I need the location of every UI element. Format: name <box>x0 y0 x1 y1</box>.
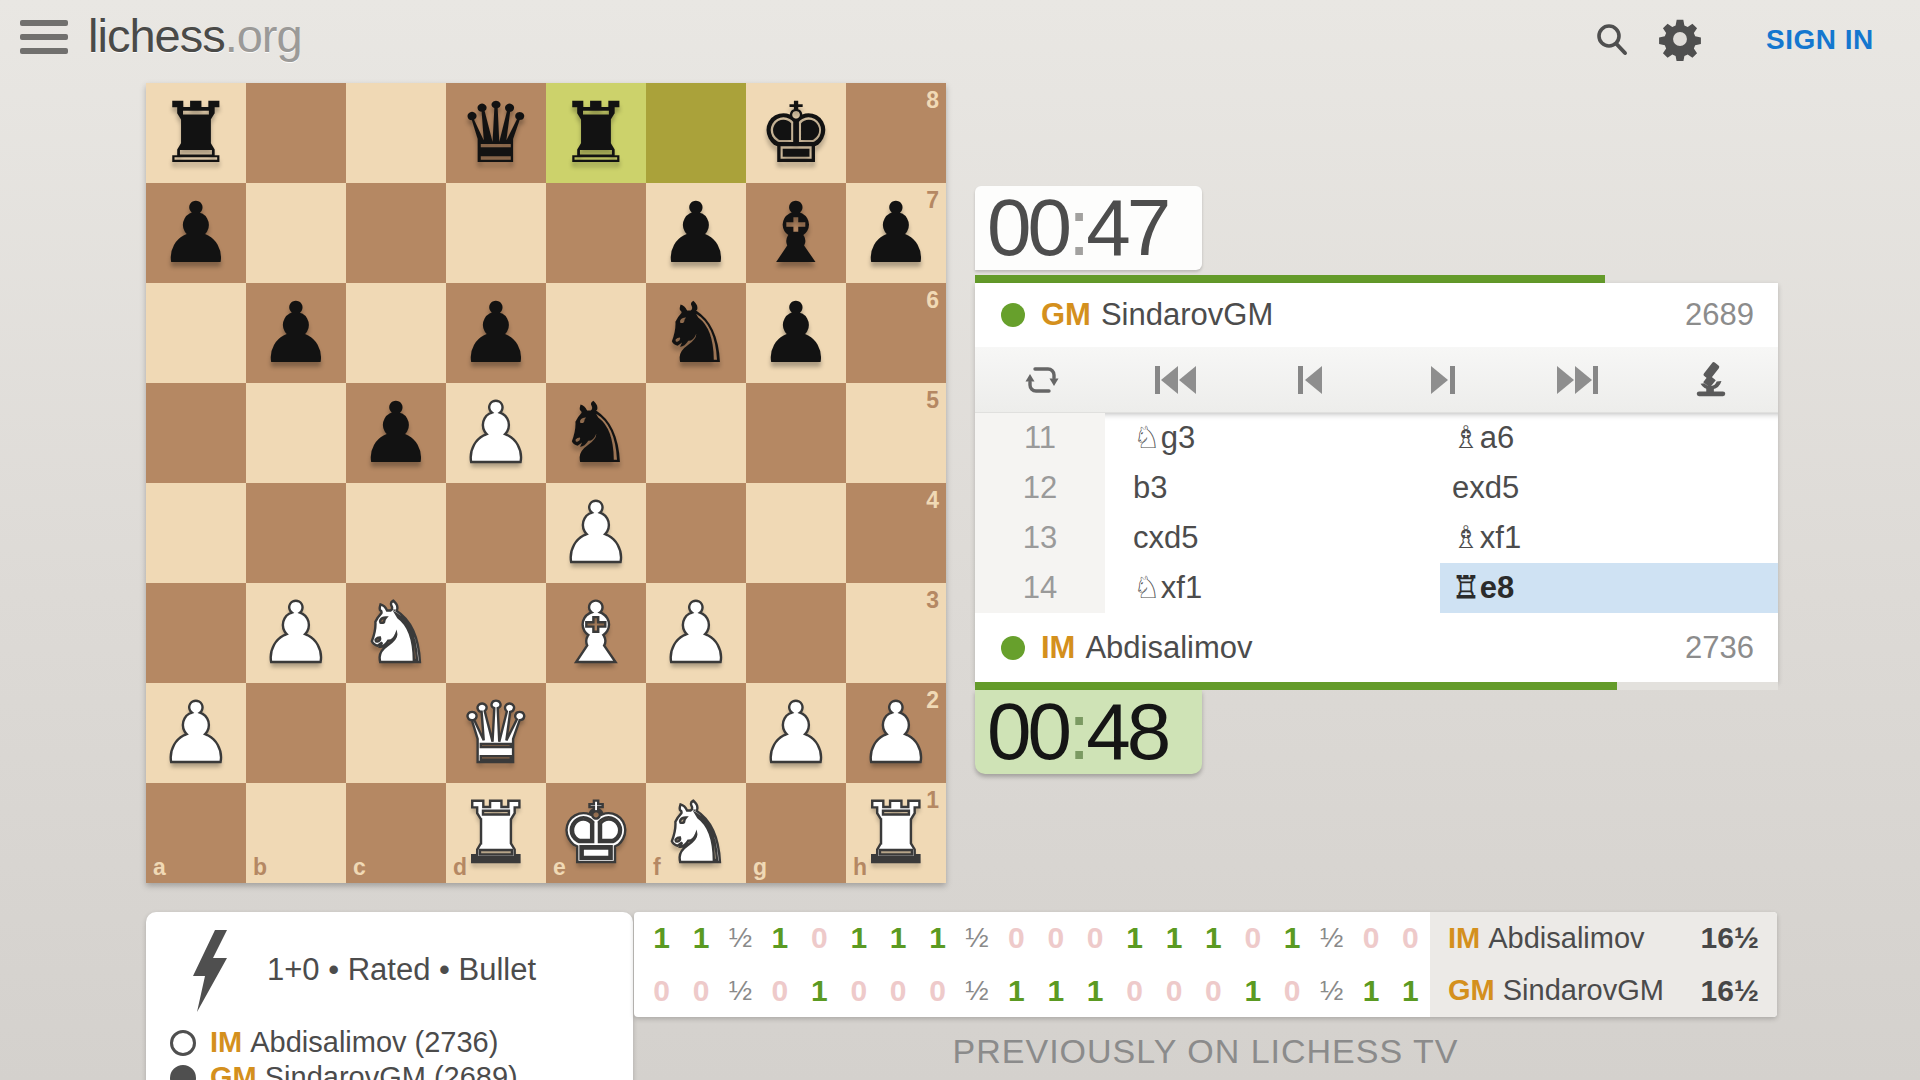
top-player-row[interactable]: GM SindarovGM 2689 <box>975 283 1778 347</box>
top-player-clock: 00:47 <box>975 186 1202 270</box>
game-info-card: 1+0 • Rated • Bullet IM Abdisalimov (273… <box>146 912 633 1080</box>
game-result[interactable]: ½ <box>957 922 996 954</box>
player-title: GM <box>1448 974 1495 1007</box>
sign-in-button[interactable]: SIGN IN <box>1766 24 1874 56</box>
game-result[interactable]: 1 <box>1351 974 1390 1008</box>
square-g3[interactable] <box>746 583 846 683</box>
black-bishop-piece: ♝ <box>746 183 846 283</box>
square-g1[interactable]: g <box>746 783 846 883</box>
file-label: a <box>153 854 166 881</box>
square-f4[interactable] <box>646 483 746 583</box>
online-dot <box>1001 303 1025 327</box>
white-move[interactable]: cxd5 <box>1105 513 1440 563</box>
square-b4[interactable] <box>246 483 346 583</box>
square-f2[interactable] <box>646 683 746 783</box>
square-e2[interactable] <box>546 683 646 783</box>
cycle-icon <box>1023 361 1061 399</box>
current-move[interactable]: ♖e8 <box>1440 563 1778 613</box>
rank-label: 5 <box>926 387 939 414</box>
game-result[interactable]: 0 <box>1075 921 1114 955</box>
square-b6[interactable]: ♟ <box>246 283 346 383</box>
black-rook-piece: ♜ <box>546 83 646 183</box>
white-pawn-piece: ♟ <box>246 583 346 683</box>
game-result[interactable]: 0 <box>1036 921 1075 955</box>
game-result[interactable]: 1 <box>1154 921 1193 955</box>
square-b2[interactable] <box>246 683 346 783</box>
move-list: 11♘g3♗a612b3exd513cxd5♗xf114♘xf1♖e8 <box>975 413 1778 613</box>
square-g2[interactable]: ♟ <box>746 683 846 783</box>
player-title: IM <box>1041 630 1075 666</box>
square-f3[interactable]: ♟ <box>646 583 746 683</box>
player-total-score: 16½ <box>1701 974 1759 1008</box>
game-result[interactable]: 1 <box>1036 974 1075 1008</box>
square-f7[interactable]: ♟ <box>646 183 746 283</box>
file-label: e <box>553 854 566 881</box>
online-dot <box>1001 636 1025 660</box>
game-result[interactable]: 1 <box>1391 974 1430 1008</box>
file-label: b <box>253 854 267 881</box>
move-row: 13cxd5♗xf1 <box>975 513 1778 563</box>
black-knight-piece: ♞ <box>546 383 646 483</box>
square-a4[interactable] <box>146 483 246 583</box>
square-d5[interactable]: ♟ <box>446 383 546 483</box>
square-h3[interactable]: 3 <box>846 583 946 683</box>
tv-player-totals: IMAbdisalimov16½GMSindarovGM16½ <box>1430 912 1777 1017</box>
clock-colon: : <box>1068 687 1086 776</box>
square-f1[interactable]: ♞f <box>646 783 746 883</box>
white-move[interactable]: ♘g3 <box>1105 413 1440 463</box>
move-row: 12b3exd5 <box>975 463 1778 513</box>
game-result[interactable]: 1 <box>918 921 957 955</box>
bottom-player-row[interactable]: IM Abdisalimov 2736 <box>975 613 1778 682</box>
move-number: 12 <box>975 463 1105 513</box>
top-bar: lichess.org SIGN IN <box>0 0 1920 80</box>
hamburger-menu-icon[interactable] <box>20 20 68 58</box>
file-label: c <box>353 854 366 881</box>
black-pawn-piece: ♟ <box>446 283 546 383</box>
game-result[interactable]: 0 <box>642 974 681 1008</box>
white-knight-piece: ♞ <box>646 783 746 883</box>
black-pawn-piece: ♟ <box>246 283 346 383</box>
square-c6[interactable] <box>346 283 446 383</box>
game-result[interactable]: ½ <box>1312 922 1351 954</box>
tv-scores: 11½10111½00011101½0000½01000½11100010½11 <box>642 912 1430 1017</box>
square-h7[interactable]: ♟7 <box>846 183 946 283</box>
game-result[interactable]: 0 <box>1233 921 1272 955</box>
search-icon[interactable] <box>1592 20 1632 64</box>
game-result[interactable]: 0 <box>1194 974 1233 1008</box>
last-move-button[interactable] <box>1510 347 1644 412</box>
square-h4[interactable]: 4 <box>846 483 946 583</box>
black-pawn-piece: ♟ <box>646 183 746 283</box>
black-color-icon <box>170 1065 196 1080</box>
move-row: 11♘g3♗a6 <box>975 413 1778 463</box>
microscope-icon <box>1692 361 1730 399</box>
game-result[interactable]: 0 <box>1351 921 1390 955</box>
white-pawn-piece: ♟ <box>146 683 246 783</box>
square-a5[interactable] <box>146 383 246 483</box>
game-result[interactable]: 1 <box>878 921 917 955</box>
square-a6[interactable] <box>146 283 246 383</box>
game-result[interactable]: 0 <box>800 921 839 955</box>
game-result[interactable]: 0 <box>997 921 1036 955</box>
black-knight-piece: ♞ <box>646 283 746 383</box>
game-result[interactable]: 0 <box>878 974 917 1008</box>
bullet-lightning-icon <box>188 928 232 1018</box>
player-rating: 2736 <box>1685 630 1754 666</box>
square-d2[interactable]: ♛ <box>446 683 546 783</box>
logo-suffix: .org <box>225 9 302 62</box>
square-e4[interactable]: ♟ <box>546 483 646 583</box>
game-result[interactable]: 1 <box>1273 921 1312 955</box>
bottom-player-clock: 00:48 <box>975 690 1202 774</box>
game-result[interactable]: 0 <box>1391 921 1430 955</box>
previous-move-button[interactable] <box>1243 347 1377 412</box>
square-c4[interactable] <box>346 483 446 583</box>
square-g6[interactable]: ♟ <box>746 283 846 383</box>
square-f8[interactable] <box>646 83 746 183</box>
white-queen-piece: ♛ <box>446 683 546 783</box>
white-player-line[interactable]: IM Abdisalimov (2736) <box>170 1026 498 1059</box>
white-bishop-piece: ♝ <box>546 583 646 683</box>
black-pawn-piece: ♟ <box>146 183 246 283</box>
move-number: 11 <box>975 413 1105 463</box>
move-row: 14♘xf1♖e8 <box>975 563 1778 613</box>
player-name: Abdisalimov <box>1488 922 1644 955</box>
black-player-line[interactable]: GM SindarovGM (2689) <box>170 1061 518 1080</box>
skip-to-last-icon <box>1554 363 1600 397</box>
square-a8[interactable]: ♜ <box>146 83 246 183</box>
file-label: g <box>753 854 767 881</box>
square-e6[interactable] <box>546 283 646 383</box>
square-c7[interactable] <box>346 183 446 283</box>
square-c5[interactable]: ♟ <box>346 383 446 483</box>
player-name: Abdisalimov <box>250 1026 406 1059</box>
white-move[interactable]: b3 <box>1105 463 1440 513</box>
file-label: f <box>653 854 661 881</box>
square-d3[interactable] <box>446 583 546 683</box>
white-pawn-piece: ♟ <box>446 383 546 483</box>
square-g5[interactable] <box>746 383 846 483</box>
square-a3[interactable] <box>146 583 246 683</box>
square-b3[interactable]: ♟ <box>246 583 346 683</box>
game-result[interactable]: 0 <box>1273 974 1312 1008</box>
square-h6[interactable]: 6 <box>846 283 946 383</box>
game-result[interactable]: 0 <box>918 974 957 1008</box>
game-panel: GM SindarovGM 2689 <box>975 283 1778 682</box>
game-result[interactable]: 0 <box>760 974 799 1008</box>
game-result[interactable]: 0 <box>1154 974 1193 1008</box>
game-result[interactable]: 1 <box>1075 974 1114 1008</box>
square-e1[interactable]: ♚e <box>546 783 646 883</box>
tv-player-total-row[interactable]: GMSindarovGM16½ <box>1430 965 1777 1018</box>
move-number: 14 <box>975 563 1105 613</box>
square-f5[interactable] <box>646 383 746 483</box>
rank-label: 6 <box>926 287 939 314</box>
game-result[interactable]: ½ <box>721 975 760 1007</box>
game-summary: 1+0 • Rated • Bullet <box>267 952 536 988</box>
game-result[interactable]: 1 <box>1115 921 1154 955</box>
square-a1[interactable]: a <box>146 783 246 883</box>
square-d8[interactable]: ♛ <box>446 83 546 183</box>
lichess-logo[interactable]: lichess.org <box>88 8 302 63</box>
square-b7[interactable] <box>246 183 346 283</box>
player-name: Abdisalimov <box>1085 630 1252 666</box>
white-move[interactable]: ♘xf1 <box>1105 563 1440 613</box>
game-result[interactable]: 0 <box>839 974 878 1008</box>
game-result[interactable]: ½ <box>1312 975 1351 1007</box>
square-h8[interactable]: 8 <box>846 83 946 183</box>
square-g7[interactable]: ♝ <box>746 183 846 283</box>
game-result[interactable]: 1 <box>1194 921 1233 955</box>
game-result[interactable]: 0 <box>681 974 720 1008</box>
square-h1[interactable]: ♜1h <box>846 783 946 883</box>
cycle-button[interactable] <box>975 347 1109 412</box>
rank-label: 7 <box>926 187 939 214</box>
square-d7[interactable] <box>446 183 546 283</box>
white-pawn-piece: ♟ <box>646 583 746 683</box>
game-result[interactable]: 1 <box>839 921 878 955</box>
skip-to-first-icon <box>1153 363 1199 397</box>
top-clock-bar <box>975 275 1778 283</box>
player-total-score: 16½ <box>1701 921 1759 955</box>
chess-board: ♜♛♜♚8♟♟♝♟7♟♟♞♟6♟♟♞5♟4♟♞♝♟3♟♛♟♟2abc♜d♚e♞f… <box>146 83 946 883</box>
game-result[interactable]: 1 <box>800 974 839 1008</box>
game-result[interactable]: 1 <box>760 921 799 955</box>
step-forward-icon <box>1429 363 1457 397</box>
tv-results-table: 11½10111½00011101½0000½01000½11100010½11… <box>634 912 1777 1017</box>
first-move-button[interactable] <box>1109 347 1243 412</box>
top-clock-bar-fill <box>975 275 1605 283</box>
square-c1[interactable]: c <box>346 783 446 883</box>
white-knight-piece: ♞ <box>346 583 446 683</box>
square-e3[interactable]: ♝ <box>546 583 646 683</box>
black-move[interactable]: exd5 <box>1440 463 1778 513</box>
tv-results-row: 11½10111½00011101½00 <box>642 912 1430 965</box>
square-e8[interactable]: ♜ <box>546 83 646 183</box>
player-title: IM <box>210 1026 242 1059</box>
square-e5[interactable]: ♞ <box>546 383 646 483</box>
black-move[interactable]: ♗a6 <box>1440 413 1778 463</box>
square-d6[interactable]: ♟ <box>446 283 546 383</box>
white-pawn-piece: ♟ <box>746 683 846 783</box>
square-a2[interactable]: ♟ <box>146 683 246 783</box>
black-pawn-piece: ♟ <box>746 283 846 383</box>
square-c8[interactable] <box>346 83 446 183</box>
rank-label: 1 <box>926 787 939 814</box>
replay-toolbar <box>975 347 1778 413</box>
black-move[interactable]: ♗xf1 <box>1440 513 1778 563</box>
player-rating: 2689 <box>1685 297 1754 333</box>
analysis-button[interactable] <box>1644 347 1778 412</box>
player-name: SindarovGM <box>1101 297 1273 333</box>
square-d1[interactable]: ♜d <box>446 783 546 883</box>
square-c2[interactable] <box>346 683 446 783</box>
logo-main: lichess <box>88 9 225 62</box>
square-e7[interactable] <box>546 183 646 283</box>
player-name: SindarovGM <box>265 1061 426 1080</box>
tv-player-total-row[interactable]: IMAbdisalimov16½ <box>1430 912 1777 965</box>
file-label: h <box>853 854 867 881</box>
game-result[interactable]: 1 <box>642 921 681 955</box>
rank-label: 2 <box>926 687 939 714</box>
black-queen-piece: ♛ <box>446 83 546 183</box>
tv-results-row: 00½01000½11100010½11 <box>642 965 1430 1018</box>
game-result[interactable]: 1 <box>997 974 1036 1008</box>
black-pawn-piece: ♟ <box>346 383 446 483</box>
player-title: IM <box>1448 922 1480 955</box>
white-color-icon <box>170 1030 196 1056</box>
square-b1[interactable]: b <box>246 783 346 883</box>
square-a7[interactable]: ♟ <box>146 183 246 283</box>
game-result[interactable]: 1 <box>681 921 720 955</box>
square-h5[interactable]: 5 <box>846 383 946 483</box>
game-result[interactable]: 0 <box>1115 974 1154 1008</box>
player-rating: (2689) <box>434 1061 518 1080</box>
square-b8[interactable] <box>246 83 346 183</box>
clock-colon: : <box>1068 183 1086 272</box>
square-h2[interactable]: ♟2 <box>846 683 946 783</box>
next-move-button[interactable] <box>1376 347 1510 412</box>
gear-icon[interactable] <box>1658 17 1702 65</box>
black-king-piece: ♚ <box>746 83 846 183</box>
player-name: SindarovGM <box>1503 974 1664 1007</box>
previously-on-lichess-tv-heading: PREVIOUSLY ON LICHESS TV <box>634 1032 1777 1071</box>
square-g8[interactable]: ♚ <box>746 83 846 183</box>
game-result[interactable]: 1 <box>1233 974 1272 1008</box>
game-result[interactable]: ½ <box>957 975 996 1007</box>
game-result[interactable]: ½ <box>721 922 760 954</box>
square-b5[interactable] <box>246 383 346 483</box>
rank-label: 4 <box>926 487 939 514</box>
player-title: GM <box>1041 297 1091 333</box>
rank-label: 8 <box>926 87 939 114</box>
step-back-icon <box>1296 363 1324 397</box>
rank-label: 3 <box>926 587 939 614</box>
square-g4[interactable] <box>746 483 846 583</box>
black-rook-piece: ♜ <box>146 83 246 183</box>
white-pawn-piece: ♟ <box>546 483 646 583</box>
player-rating: (2736) <box>415 1026 499 1059</box>
square-f6[interactable]: ♞ <box>646 283 746 383</box>
square-d4[interactable] <box>446 483 546 583</box>
player-title: GM <box>210 1061 257 1080</box>
square-c3[interactable]: ♞ <box>346 583 446 683</box>
move-number: 13 <box>975 513 1105 563</box>
file-label: d <box>453 854 467 881</box>
